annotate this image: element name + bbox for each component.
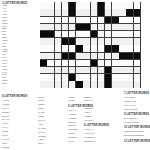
grid-cell-r5c4-black (69, 38, 76, 45)
word-item: OOZE (2, 146, 36, 150)
grid-cell-r1c13-black (134, 9, 141, 16)
grid-cell-r8c8[interactable] (98, 60, 105, 67)
grid-cell-r0c5[interactable] (76, 2, 83, 9)
grid-cell-r2c11[interactable] (119, 17, 126, 24)
grid-cell-r6c12[interactable] (126, 45, 133, 52)
grid-cell-r10c4-black (69, 74, 76, 81)
grid-cell-r6c8[interactable] (98, 45, 105, 52)
grid-cell-r7c11-black (119, 53, 126, 60)
grid-cell-r3c13[interactable] (134, 24, 141, 31)
grid-cell-r11c4[interactable] (69, 81, 76, 88)
grid-cell-r2c8[interactable] (98, 17, 105, 24)
grid-cell-r0c2[interactable] (55, 2, 62, 9)
grid-cell-r8c11[interactable] (119, 60, 126, 67)
word-item: ITALY (68, 140, 83, 144)
grid-cell-r7c3-black (62, 53, 69, 60)
grid-cell-r5c13[interactable] (134, 38, 141, 45)
word-list-bottom-column-3: VETOWINO5 LETTER WORDSADYTAANTESARETECRI… (68, 96, 83, 144)
grid-cell-r11c11[interactable] (119, 81, 126, 88)
grid-cell-r5c12[interactable] (126, 38, 133, 45)
grid-cell-r9c11[interactable] (119, 67, 126, 74)
grid-cell-r5c3-black (62, 38, 69, 45)
grid-cell-r4c4[interactable] (69, 31, 76, 38)
word-item: TURNTABLE (124, 121, 150, 125)
word-list-left-column: 3 LETTER WORDSABSALAAPTARFCABCELCOGDYEEF… (2, 2, 38, 86)
word-item: WINO (68, 99, 83, 103)
grid-cell-r11c1[interactable] (47, 81, 54, 88)
grid-cell-r4c9[interactable] (105, 31, 112, 38)
grid-cell-r8c6[interactable] (83, 60, 90, 67)
grid-cell-r4c13[interactable] (134, 31, 141, 38)
grid-cell-r7c9[interactable] (105, 53, 112, 60)
grid-cell-r2c9-black (105, 17, 112, 24)
grid-cell-r0c9[interactable] (105, 2, 112, 9)
word-item: WRY (2, 83, 38, 86)
grid-cell-r8c1[interactable] (47, 60, 54, 67)
grid-cell-r6c13[interactable] (134, 45, 141, 52)
word-list-bottom-column-5: 7 LETTER WORDSACHIEVEONSTAGEPHALANXRUMMA… (124, 92, 150, 144)
grid-cell-r11c3[interactable] (62, 81, 69, 88)
grid-cell-r9c0[interactable] (40, 67, 47, 74)
grid-cell-r0c1[interactable] (47, 2, 54, 9)
grid-cell-r9c8[interactable] (98, 67, 105, 74)
grid-cell-r9c10[interactable] (112, 67, 119, 74)
grid-cell-r10c7[interactable] (91, 74, 98, 81)
grid-cell-r10c3[interactable] (62, 74, 69, 81)
grid-cell-r9c12[interactable] (126, 67, 133, 74)
word-item: BLOCKBUSTERS (124, 134, 150, 138)
grid-cell-r0c6[interactable] (83, 2, 90, 9)
grid-cell-r5c1[interactable] (47, 38, 54, 45)
grid-cell-r6c6[interactable] (83, 45, 90, 52)
grid-cell-r9c2[interactable] (55, 67, 62, 74)
grid-cell-r8c7-black (91, 60, 98, 67)
grid-cell-r10c1[interactable] (47, 74, 54, 81)
grid-cell-r4c8[interactable] (98, 31, 105, 38)
grid-cell-r1c0[interactable] (40, 9, 47, 16)
grid-cell-r2c6[interactable] (83, 17, 90, 24)
grid-cell-r9c6[interactable] (83, 67, 90, 74)
grid-cell-r1c8-black (98, 9, 105, 16)
grid-cell-r7c0[interactable] (40, 53, 47, 60)
grid-cell-r2c4[interactable] (69, 17, 76, 24)
grid-cell-r7c12-black (126, 53, 133, 60)
grid-cell-r1c5[interactable] (76, 9, 83, 16)
grid-cell-r4c6[interactable] (83, 31, 90, 38)
grid-cell-r3c4[interactable] (69, 24, 76, 31)
grid-cell-r5c10[interactable] (112, 38, 119, 45)
grid-cell-r2c1[interactable] (47, 17, 54, 24)
grid-cell-r0c8-black (98, 2, 105, 9)
grid-cell-r9c9-black (105, 67, 112, 74)
grid-cell-r11c6[interactable] (83, 81, 90, 88)
grid-cell-r5c6[interactable] (83, 38, 90, 45)
grid-cell-r9c5[interactable] (76, 67, 83, 74)
grid-cell-r11c7[interactable] (91, 81, 98, 88)
grid-cell-r4c11[interactable] (119, 31, 126, 38)
grid-cell-r4c5[interactable] (76, 31, 83, 38)
grid-cell-r3c8[interactable] (98, 24, 105, 31)
word-item: RUMMAGE (124, 108, 150, 112)
grid-cell-r4c1-black (47, 31, 54, 38)
grid-cell-r4c0-black (40, 31, 47, 38)
grid-cell-r1c2[interactable] (55, 9, 62, 16)
grid-cell-r10c6[interactable] (83, 74, 90, 81)
grid-cell-r6c9-black (105, 45, 112, 52)
grid-cell-r2c0[interactable] (40, 17, 47, 24)
grid-cell-r6c10-black (112, 45, 119, 52)
grid-cell-r4c10[interactable] (112, 31, 119, 38)
grid-cell-r2c3[interactable] (62, 17, 69, 24)
grid-cell-r8c4[interactable] (69, 60, 76, 67)
grid-cell-r11c8[interactable] (98, 81, 105, 88)
grid-cell-r10c12[interactable] (126, 74, 133, 81)
grid-cell-r3c9[interactable] (105, 24, 112, 31)
puzzle-grid (40, 2, 141, 89)
grid-cell-r0c3[interactable] (62, 2, 69, 9)
grid-cell-r8c3[interactable] (62, 60, 69, 67)
grid-cell-r10c0[interactable] (40, 74, 47, 81)
grid-cell-r6c0[interactable] (40, 45, 47, 52)
grid-cell-r9c3[interactable] (62, 67, 69, 74)
word-list-bottom-column-1: 4 LETTER WORDSA LOTAGOGCOATCREEEPOSEXAMF… (2, 95, 36, 150)
grid-cell-r0c11[interactable] (119, 2, 126, 9)
grid-cell-r7c7[interactable] (91, 53, 98, 60)
grid-cell-r11c13[interactable] (134, 81, 141, 88)
grid-cell-r10c10[interactable] (112, 74, 119, 81)
grid-cell-r1c3[interactable] (62, 9, 69, 16)
grid-cell-r4c12[interactable] (126, 31, 133, 38)
grid-cell-r9c13[interactable] (134, 67, 141, 74)
grid-cell-r6c4[interactable] (69, 45, 76, 52)
grid-cell-r9c1[interactable] (47, 67, 54, 74)
grid-cell-r3c0[interactable] (40, 24, 47, 31)
grid-cell-r5c8[interactable] (98, 38, 105, 45)
grid-cell-r8c5[interactable] (76, 60, 83, 67)
grid-cell-r2c7[interactable] (91, 17, 98, 24)
grid-cell-r3c6-black (83, 24, 90, 31)
grid-cell-r1c9[interactable] (105, 9, 112, 16)
grid-cell-r7c8[interactable] (98, 53, 105, 60)
word-list-bottom-column-2: PLEARUINSLEDSNIPTAMETIDETRAMVISAWAGEWHOA… (38, 96, 68, 147)
grid-cell-r1c7[interactable] (91, 9, 98, 16)
grid-cell-r8c2[interactable] (55, 60, 62, 67)
grid-cell-r7c5[interactable] (76, 53, 83, 60)
grid-cell-r7c4-black (69, 53, 76, 60)
grid-cell-r4c3[interactable] (62, 31, 69, 38)
grid-cell-r6c1[interactable] (47, 45, 54, 52)
grid-cell-r7c10[interactable] (112, 53, 119, 60)
grid-cell-r5c5[interactable] (76, 38, 83, 45)
grid-cell-r7c13-black (134, 53, 141, 60)
grid-cell-r3c3[interactable] (62, 24, 69, 31)
grid-cell-r3c7[interactable] (91, 24, 98, 31)
grid-cell-r11c9-black (105, 81, 112, 88)
grid-cell-r8c13[interactable] (134, 60, 141, 67)
grid-cell-r1c12-black (126, 9, 133, 16)
grid-cell-r11c0[interactable] (40, 81, 47, 88)
grid-cell-r7c1[interactable] (47, 53, 54, 60)
grid-cell-r5c7[interactable] (91, 38, 98, 45)
grid-cell-r10c13[interactable] (134, 74, 141, 81)
grid-cell-r8c0-black (40, 60, 47, 67)
word-item: WHIGS (84, 119, 104, 123)
grid-cell-r2c13[interactable] (134, 17, 141, 24)
grid-cell-r3c11[interactable] (119, 24, 126, 31)
grid-cell-r11c10[interactable] (112, 81, 119, 88)
grid-cell-r8c10[interactable] (112, 60, 119, 67)
fill-in-puzzle-page: 3 LETTER WORDSABSALAAPTARFCABCELCOGDYEEF… (0, 0, 150, 150)
grid-cell-r10c8[interactable] (98, 74, 105, 81)
grid-cell-r2c12[interactable] (126, 17, 133, 24)
grid-cell-r0c12[interactable] (126, 2, 133, 9)
grid-cell-r6c7[interactable] (91, 45, 98, 52)
grid-cell-r9c4[interactable] (69, 67, 76, 74)
grid-cell-r10c11[interactable] (119, 74, 126, 81)
grid-cell-r6c11[interactable] (119, 45, 126, 52)
list-header-13-letter-words: 13 LETTER WORDS (124, 140, 150, 144)
grid-cell-r0c4-black (69, 2, 76, 9)
grid-cell-r5c9[interactable] (105, 38, 112, 45)
grid-cell-r1c4-black (69, 9, 76, 16)
grid-cell-r5c11[interactable] (119, 38, 126, 45)
grid-cell-r1c10[interactable] (112, 9, 119, 16)
word-item: ZEAL (38, 142, 68, 146)
grid-cell-r7c6[interactable] (83, 53, 90, 60)
grid-cell-r5c0[interactable] (40, 38, 47, 45)
grid-cell-r6c2[interactable] (55, 45, 62, 52)
grid-cell-r10c9-black (105, 74, 112, 81)
grid-cell-r3c2[interactable] (55, 24, 62, 31)
grid-cell-r1c11[interactable] (119, 9, 126, 16)
grid-cell-r11c5-black (76, 81, 83, 88)
grid-cell-r5c2[interactable] (55, 38, 62, 45)
grid-cell-r0c7[interactable] (91, 2, 98, 9)
grid-cell-r2c10-black (112, 17, 119, 24)
grid-cell-r3c10[interactable] (112, 24, 119, 31)
grid-cell-r0c13[interactable] (134, 2, 141, 9)
grid-cell-r2c5[interactable] (76, 17, 83, 24)
grid-cell-r6c5-black (76, 45, 83, 52)
grid-cell-r3c12[interactable] (126, 24, 133, 31)
grid-cell-r1c6[interactable] (83, 9, 90, 16)
grid-cell-r11c12[interactable] (126, 81, 133, 88)
grid-cell-r0c10[interactable] (112, 2, 119, 9)
word-item: RESETS (84, 140, 104, 144)
grid-cell-r3c5-black (76, 24, 83, 31)
grid-cell-r10c2[interactable] (55, 74, 62, 81)
grid-cell-r2c2[interactable] (55, 17, 62, 24)
grid-cell-r4c7-black (91, 31, 98, 38)
grid-cell-r6c3[interactable] (62, 45, 69, 52)
grid-cell-r9c7[interactable] (91, 67, 98, 74)
grid-cell-r7c2[interactable] (55, 53, 62, 60)
grid-cell-r3c1[interactable] (47, 24, 54, 31)
grid-cell-r1c1[interactable] (47, 9, 54, 16)
grid-cell-r8c9[interactable] (105, 60, 112, 67)
grid-cell-r10c5[interactable] (76, 74, 83, 81)
grid-cell-r0c0[interactable] (40, 2, 47, 9)
word-list-bottom-column-4: TEETHTEXASTIARAUSHERVIOLAVIREOWHIGS6 LET… (84, 96, 104, 144)
grid-cell-r4c2[interactable] (55, 31, 62, 38)
grid-cell-r11c2[interactable] (55, 81, 62, 88)
grid-cell-r8c12[interactable] (126, 60, 133, 67)
